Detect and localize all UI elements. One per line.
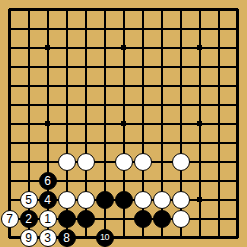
intersection-r8c3[interactable] [38,133,57,152]
grid-line-horizontal [190,28,209,30]
intersection-r1c8[interactable] [133,0,152,19]
white-stone [172,153,190,171]
grid-line-horizontal [152,142,171,144]
intersection-r9c10[interactable] [171,152,190,171]
grid-line-horizontal [95,8,114,11]
intersection-r7c6[interactable] [95,114,114,133]
intersection-r2c7[interactable] [114,19,133,38]
grid-line-horizontal [228,28,238,30]
intersection-r4c12[interactable] [209,57,228,76]
star-point [197,45,202,50]
intersection-r5c9[interactable] [152,76,171,95]
grid-line-horizontal [19,161,38,163]
intersection-r3c11[interactable] [190,38,209,57]
white-stone: 1 [39,210,57,228]
grid-line-horizontal [152,104,171,106]
grid-line-horizontal [57,66,76,68]
grid-line-horizontal [152,66,171,68]
grid-line-horizontal [228,142,238,144]
intersection-r2c4[interactable] [57,19,76,38]
grid-line-horizontal [152,47,171,49]
grid-line-horizontal [114,142,133,144]
grid-line-horizontal [9,8,19,11]
intersection-r4c6[interactable] [95,57,114,76]
intersection-r2c3[interactable] [38,19,57,38]
intersection-r2c9[interactable] [152,19,171,38]
intersection-r1c10[interactable] [171,0,190,19]
white-stone [58,153,76,171]
grid-line-horizontal [19,123,38,125]
intersection-r2c12[interactable] [209,19,228,38]
intersection-r13c4[interactable]: 8 [57,228,76,247]
intersection-r11c8[interactable] [133,190,152,209]
intersection-r2c5[interactable] [76,19,95,38]
move-number: 6 [44,175,51,187]
intersection-r12c5[interactable] [76,209,95,228]
intersection-r1c13[interactable] [228,0,247,19]
star-point [197,121,202,126]
move-number: 10 [100,233,109,242]
intersection-r8c2[interactable] [19,133,38,152]
intersection-r11c10[interactable] [171,190,190,209]
intersection-r9c9[interactable] [152,152,171,171]
intersection-r9c11[interactable] [190,152,209,171]
intersection-r10c3[interactable]: 6 [38,171,57,190]
intersection-r1c6[interactable] [95,0,114,19]
grid-line-horizontal [209,47,228,49]
move-number: 1 [44,213,51,225]
grid-line-horizontal [95,218,114,220]
intersection-r4c3[interactable] [38,57,57,76]
grid-line-horizontal [38,8,57,11]
grid-line-horizontal [133,180,152,182]
intersection-r12c9[interactable] [152,209,171,228]
intersection-r11c13[interactable] [228,190,247,209]
grid-line-horizontal [57,180,76,182]
intersection-r7c2[interactable] [19,114,38,133]
grid-line-horizontal [133,28,152,30]
intersection-r4c5[interactable] [76,57,95,76]
grid-line-horizontal [152,123,171,125]
intersection-r13c6[interactable]: 10 [95,228,114,247]
grid-line-horizontal [76,142,95,144]
intersection-r7c3[interactable] [38,114,57,133]
grid-line-horizontal [9,199,19,201]
grid-line-horizontal [95,180,114,182]
move-number: 5 [25,194,32,206]
grid-line-horizontal [171,66,190,68]
grid-line-horizontal [190,8,209,11]
star-point [45,121,50,126]
intersection-r4c11[interactable] [190,57,209,76]
grid-line-horizontal [133,236,152,239]
move-number: 3 [44,232,51,244]
intersection-r12c3[interactable]: 1 [38,209,57,228]
intersection-r10c5[interactable] [76,171,95,190]
intersection-r5c11[interactable] [190,76,209,95]
grid-line-horizontal [228,123,238,125]
grid-line-horizontal [171,28,190,30]
grid-line-horizontal [57,8,76,11]
intersection-r1c7[interactable] [114,0,133,19]
intersection-r3c8[interactable] [133,38,152,57]
intersection-r4c4[interactable] [57,57,76,76]
black-stone [153,210,171,228]
intersection-r4c7[interactable] [114,57,133,76]
grid-line-horizontal [38,104,57,106]
grid-line-horizontal [209,142,228,144]
grid-line-horizontal [76,28,95,30]
black-stone: 4 [39,191,57,209]
grid-line-horizontal [133,66,152,68]
intersection-r12c11[interactable] [190,209,209,228]
intersection-r6c1[interactable] [0,95,19,114]
intersection-r9c8[interactable] [133,152,152,171]
grid-line-horizontal [19,85,38,87]
star-point [121,121,126,126]
grid-line-horizontal [114,218,133,220]
intersection-r6c13[interactable] [228,95,247,114]
intersection-r13c5[interactable] [76,228,95,247]
intersection-r9c13[interactable] [228,152,247,171]
intersection-r10c11[interactable] [190,171,209,190]
grid-line-horizontal [95,123,114,125]
intersection-r7c5[interactable] [76,114,95,133]
intersection-r13c7[interactable] [114,228,133,247]
intersection-r9c6[interactable] [95,152,114,171]
grid-line-horizontal [38,28,57,30]
intersection-r12c10[interactable] [171,209,190,228]
intersection-r8c6[interactable] [95,133,114,152]
intersection-r3c3[interactable] [38,38,57,57]
grid-line-horizontal [171,123,190,125]
intersection-r3c9[interactable] [152,38,171,57]
intersection-r11c1[interactable] [0,190,19,209]
intersection-r2c1[interactable] [0,19,19,38]
intersection-r11c12[interactable] [209,190,228,209]
white-stone [134,191,152,209]
intersection-r8c8[interactable] [133,133,152,152]
intersection-r9c1[interactable] [0,152,19,171]
intersection-r8c7[interactable] [114,133,133,152]
grid-line-horizontal [228,180,238,182]
intersection-r8c13[interactable] [228,133,247,152]
grid-line-horizontal [171,180,190,182]
intersection-r3c1[interactable] [0,38,19,57]
intersection-r7c11[interactable] [190,114,209,133]
intersection-r10c4[interactable] [57,171,76,190]
grid-line-horizontal [152,161,171,163]
move-number: 4 [44,194,51,206]
intersection-r8c4[interactable] [57,133,76,152]
intersection-r3c10[interactable] [171,38,190,57]
intersection-r12c12[interactable] [209,209,228,228]
grid-line-horizontal [57,47,76,49]
intersection-r5c1[interactable] [0,76,19,95]
intersection-r4c10[interactable] [171,57,190,76]
intersection-r1c11[interactable] [190,0,209,19]
grid-line-horizontal [95,47,114,49]
intersection-r8c5[interactable] [76,133,95,152]
intersection-r12c8[interactable] [133,209,152,228]
intersection-r1c12[interactable] [209,0,228,19]
move-number: 8 [63,232,70,244]
move-number: 7 [6,213,13,225]
grid-line-horizontal [19,104,38,106]
intersection-r11c2[interactable]: 5 [19,190,38,209]
grid-line-horizontal [95,85,114,87]
intersection-r3c6[interactable] [95,38,114,57]
white-stone: 7 [1,210,19,228]
intersection-r8c9[interactable] [152,133,171,152]
intersection-r8c11[interactable] [190,133,209,152]
intersection-r11c4[interactable] [57,190,76,209]
grid-line-horizontal [114,180,133,182]
intersection-r10c6[interactable] [95,171,114,190]
grid-line-horizontal [114,85,133,87]
intersection-r12c13[interactable] [228,209,247,228]
grid-line-horizontal [19,66,38,68]
intersection-r9c5[interactable] [76,152,95,171]
grid-line-horizontal [114,28,133,30]
intersection-r3c4[interactable] [57,38,76,57]
intersection-r13c9[interactable] [152,228,171,247]
grid-line-horizontal [190,180,209,182]
intersection-r3c5[interactable] [76,38,95,57]
black-stone: 2 [20,210,38,228]
intersection-r4c8[interactable] [133,57,152,76]
intersection-r13c1[interactable] [0,228,19,247]
intersection-r11c5[interactable] [76,190,95,209]
intersection-r5c13[interactable] [228,76,247,95]
move-number: 2 [25,213,32,225]
intersection-r9c7[interactable] [114,152,133,171]
grid-line-horizontal [152,8,171,11]
intersection-r12c4[interactable] [57,209,76,228]
intersection-r2c2[interactable] [19,19,38,38]
intersection-r2c8[interactable] [133,19,152,38]
intersection-r13c11[interactable] [190,228,209,247]
intersection-r5c8[interactable] [133,76,152,95]
grid-line-horizontal [152,28,171,30]
intersection-r9c3[interactable] [38,152,57,171]
grid-line-horizontal [19,47,38,49]
intersection-r10c12[interactable] [209,171,228,190]
intersection-r11c7[interactable] [114,190,133,209]
grid-line-horizontal [76,66,95,68]
intersection-r4c1[interactable] [0,57,19,76]
intersection-r7c7[interactable] [114,114,133,133]
grid-line-horizontal [228,104,238,106]
intersection-r3c7[interactable] [114,38,133,57]
intersection-r6c10[interactable] [171,95,190,114]
intersection-r9c2[interactable] [19,152,38,171]
grid-line-horizontal [114,104,133,106]
intersection-r4c13[interactable] [228,57,247,76]
intersection-r7c4[interactable] [57,114,76,133]
grid-line-horizontal [9,66,19,68]
intersection-r7c12[interactable] [209,114,228,133]
intersection-r5c4[interactable] [57,76,76,95]
grid-line-horizontal [9,104,19,106]
grid-line-horizontal [38,66,57,68]
intersection-r7c1[interactable] [0,114,19,133]
black-stone [96,191,114,209]
intersection-r1c1[interactable] [0,0,19,19]
black-stone [77,210,95,228]
intersection-r10c10[interactable] [171,171,190,190]
grid-line-horizontal [133,104,152,106]
intersection-r6c12[interactable] [209,95,228,114]
grid-line-horizontal [9,28,19,30]
intersection-r1c9[interactable] [152,0,171,19]
grid-line-horizontal [114,66,133,68]
grid-line-horizontal [19,180,38,182]
intersection-r10c13[interactable] [228,171,247,190]
intersection-r7c9[interactable] [152,114,171,133]
grid-line-horizontal [228,85,238,87]
intersection-r1c3[interactable] [38,0,57,19]
grid-line-horizontal [228,47,238,49]
intersection-r7c8[interactable] [133,114,152,133]
grid-line-horizontal [171,142,190,144]
intersection-r5c5[interactable] [76,76,95,95]
intersection-r4c2[interactable] [19,57,38,76]
intersection-r12c6[interactable] [95,209,114,228]
intersection-r3c2[interactable] [19,38,38,57]
grid-line-horizontal [76,104,95,106]
grid-line-horizontal [171,8,190,11]
intersection-r10c8[interactable] [133,171,152,190]
intersection-r7c10[interactable] [171,114,190,133]
grid-line-horizontal [209,123,228,125]
grid-line-horizontal [9,85,19,87]
intersection-r5c6[interactable] [95,76,114,95]
intersection-r13c13[interactable] [228,228,247,247]
intersection-r6c4[interactable] [57,95,76,114]
grid-line-horizontal [190,85,209,87]
grid-line-horizontal [133,47,152,49]
intersection-r5c10[interactable] [171,76,190,95]
black-stone [134,210,152,228]
grid-line-horizontal [209,104,228,106]
grid-line-horizontal [38,142,57,144]
grid-line-horizontal [209,161,228,163]
intersection-r6c8[interactable] [133,95,152,114]
intersection-r1c5[interactable] [76,0,95,19]
grid-line-horizontal [76,85,95,87]
intersection-r6c5[interactable] [76,95,95,114]
grid-line-horizontal [228,8,238,11]
intersection-r7c13[interactable] [228,114,247,133]
grid-line-horizontal [171,47,190,49]
black-stone [58,210,76,228]
star-point [121,45,126,50]
intersection-r5c7[interactable] [114,76,133,95]
intersection-r8c10[interactable] [171,133,190,152]
grid-line-horizontal [190,142,209,144]
intersection-r13c10[interactable] [171,228,190,247]
intersection-r6c9[interactable] [152,95,171,114]
grid-line-horizontal [209,85,228,87]
white-stone [77,191,95,209]
intersection-r5c3[interactable] [38,76,57,95]
grid-line-horizontal [228,236,238,239]
intersection-r13c2[interactable]: 9 [19,228,38,247]
intersection-r10c7[interactable] [114,171,133,190]
grid-line-horizontal [133,85,152,87]
intersection-r2c6[interactable] [95,19,114,38]
intersection-r5c12[interactable] [209,76,228,95]
white-stone [77,153,95,171]
go-board: 65472193810 [0,0,247,247]
white-stone [115,153,133,171]
grid-line-horizontal [133,8,152,11]
white-stone [172,210,190,228]
intersection-r9c4[interactable] [57,152,76,171]
intersection-r13c8[interactable] [133,228,152,247]
grid-line-horizontal [171,85,190,87]
intersection-r10c1[interactable] [0,171,19,190]
grid-line-horizontal [76,180,95,182]
intersection-r11c6[interactable] [95,190,114,209]
intersection-r12c2[interactable]: 2 [19,209,38,228]
intersection-r12c7[interactable] [114,209,133,228]
intersection-r6c2[interactable] [19,95,38,114]
grid-line-horizontal [38,85,57,87]
intersection-r5c2[interactable] [19,76,38,95]
intersection-r6c6[interactable] [95,95,114,114]
intersection-r10c9[interactable] [152,171,171,190]
grid-line-horizontal [57,28,76,30]
grid-line-horizontal [228,218,238,220]
intersection-r8c12[interactable] [209,133,228,152]
grid-line-horizontal [209,199,228,201]
grid-line-horizontal [209,236,228,239]
intersection-r9c12[interactable] [209,152,228,171]
intersection-r6c3[interactable] [38,95,57,114]
intersection-r1c4[interactable] [57,0,76,19]
intersection-r8c1[interactable] [0,133,19,152]
intersection-r13c3[interactable]: 3 [38,228,57,247]
grid-line-horizontal [171,104,190,106]
intersection-r3c13[interactable] [228,38,247,57]
grid-line-horizontal [209,218,228,220]
intersection-r11c9[interactable] [152,190,171,209]
black-stone [115,191,133,209]
intersection-r6c11[interactable] [190,95,209,114]
intersection-r1c2[interactable] [19,0,38,19]
intersection-r13c12[interactable] [209,228,228,247]
grid-line-horizontal [95,161,114,163]
grid-line-horizontal [209,8,228,11]
grid-line-horizontal [152,85,171,87]
intersection-r6c7[interactable] [114,95,133,114]
intersection-r4c9[interactable] [152,57,171,76]
black-stone: 8 [58,229,76,247]
intersection-r10c2[interactable] [19,171,38,190]
intersection-r11c11[interactable] [190,190,209,209]
intersection-r11c3[interactable]: 4 [38,190,57,209]
intersection-r2c13[interactable] [228,19,247,38]
black-stone: 6 [39,172,57,190]
intersection-r2c11[interactable] [190,19,209,38]
grid-line-horizontal [152,236,171,239]
intersection-r2c10[interactable] [171,19,190,38]
intersection-r12c1[interactable]: 7 [0,209,19,228]
grid-line-horizontal [57,104,76,106]
intersection-r3c12[interactable] [209,38,228,57]
